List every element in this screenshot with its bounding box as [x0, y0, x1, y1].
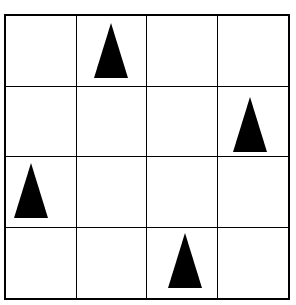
cell-r3c2[interactable] [77, 157, 148, 228]
cell-r1c4[interactable] [218, 16, 289, 87]
cell-r3c4[interactable] [218, 157, 289, 228]
puzzle-board [4, 14, 290, 300]
cell-r4c3[interactable] [147, 228, 218, 299]
black-triangle-piece [94, 23, 128, 78]
cell-r1c3[interactable] [147, 16, 218, 87]
cell-r4c1[interactable] [6, 228, 77, 299]
cell-r3c1[interactable] [6, 157, 77, 228]
cell-r2c3[interactable] [147, 87, 218, 158]
cell-r1c2[interactable] [77, 16, 148, 87]
cell-r2c1[interactable] [6, 87, 77, 158]
cell-r3c3[interactable] [147, 157, 218, 228]
black-triangle-piece [14, 163, 48, 218]
black-triangle-piece [233, 97, 267, 152]
cell-r4c4[interactable] [218, 228, 289, 299]
cell-r2c4[interactable] [218, 87, 289, 158]
cell-r4c2[interactable] [77, 228, 148, 299]
black-triangle-piece [168, 233, 202, 288]
cell-r1c1[interactable] [6, 16, 77, 87]
cell-r2c2[interactable] [77, 87, 148, 158]
